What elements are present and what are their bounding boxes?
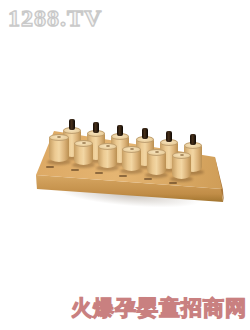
cylinder-top-mark xyxy=(82,142,86,144)
cylinder-front-1 xyxy=(47,126,71,169)
cylinder-top-mark xyxy=(130,148,134,150)
cylinder-top-mark xyxy=(57,136,61,138)
cylinder-front-5 xyxy=(145,141,168,182)
cylinder-block-product xyxy=(0,0,250,330)
cylinder-front-3 xyxy=(96,135,119,175)
cylinder-top-mark xyxy=(180,154,184,156)
page: 1288.TV 火爆孕婴童招商网 xyxy=(0,0,250,330)
cylinder-front-4 xyxy=(120,138,143,178)
cylinder-front-6 xyxy=(170,144,193,186)
cylinder-front-2 xyxy=(72,132,95,172)
cylinder-top-mark xyxy=(155,151,159,153)
watermark-huobao: 火爆孕婴童招商网 xyxy=(71,294,247,322)
cylinder-top-mark xyxy=(106,145,110,147)
